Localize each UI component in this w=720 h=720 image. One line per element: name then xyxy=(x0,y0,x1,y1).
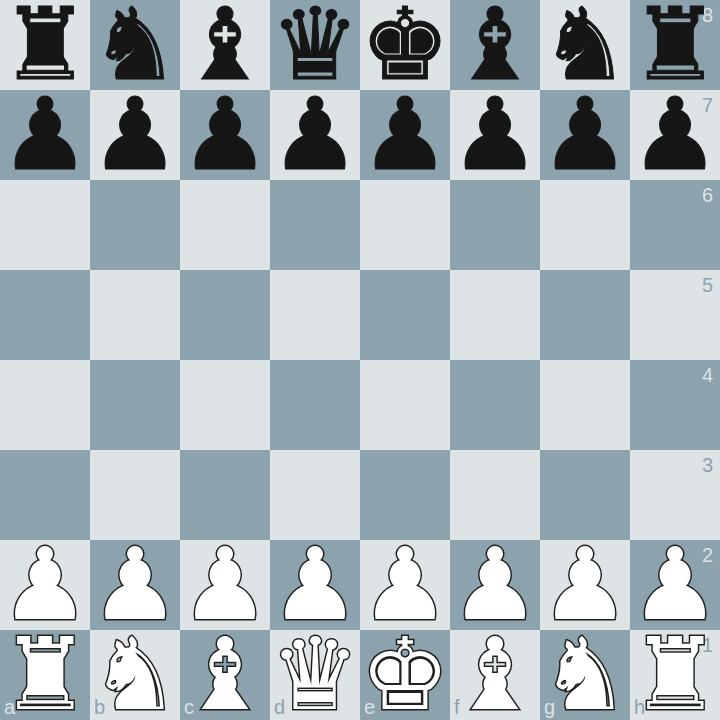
square-f6[interactable] xyxy=(450,180,540,270)
square-b4[interactable] xyxy=(90,360,180,450)
square-g6[interactable] xyxy=(540,180,630,270)
square-d5[interactable] xyxy=(270,270,360,360)
square-e5[interactable] xyxy=(360,270,450,360)
square-b6[interactable] xyxy=(90,180,180,270)
white-rook[interactable]: ♜︎ xyxy=(0,630,90,720)
black-pawn[interactable]: ♟︎ xyxy=(450,90,540,180)
rank-label-4: 4 xyxy=(702,365,713,385)
square-a5[interactable] xyxy=(0,270,90,360)
square-g1[interactable]: g♞︎ xyxy=(540,630,630,720)
white-knight[interactable]: ♞︎ xyxy=(540,630,630,720)
black-pawn[interactable]: ♟︎ xyxy=(630,90,720,180)
square-c4[interactable] xyxy=(180,360,270,450)
chess-board: ♜︎♞︎♝︎♛︎♚︎♝︎♞︎8♜︎♟︎♟︎♟︎♟︎♟︎♟︎♟︎7♟︎6543♟︎… xyxy=(0,0,720,720)
square-c6[interactable] xyxy=(180,180,270,270)
white-bishop[interactable]: ♝︎ xyxy=(180,630,270,720)
square-b1[interactable]: b♞︎ xyxy=(90,630,180,720)
square-g7[interactable]: ♟︎ xyxy=(540,90,630,180)
rank-label-5: 5 xyxy=(702,275,713,295)
square-g5[interactable] xyxy=(540,270,630,360)
square-c7[interactable]: ♟︎ xyxy=(180,90,270,180)
white-queen[interactable]: ♛︎ xyxy=(270,630,360,720)
white-king[interactable]: ♚︎ xyxy=(360,630,450,720)
square-h1[interactable]: 1h♜︎ xyxy=(630,630,720,720)
black-pawn[interactable]: ♟︎ xyxy=(360,90,450,180)
square-a4[interactable] xyxy=(0,360,90,450)
square-h7[interactable]: 7♟︎ xyxy=(630,90,720,180)
white-rook[interactable]: ♜︎ xyxy=(630,630,720,720)
rank-label-3: 3 xyxy=(702,455,713,475)
square-h6[interactable]: 6 xyxy=(630,180,720,270)
square-c1[interactable]: c♝︎ xyxy=(180,630,270,720)
black-pawn[interactable]: ♟︎ xyxy=(540,90,630,180)
square-e1[interactable]: e♚︎ xyxy=(360,630,450,720)
black-pawn[interactable]: ♟︎ xyxy=(270,90,360,180)
square-h5[interactable]: 5 xyxy=(630,270,720,360)
square-c5[interactable] xyxy=(180,270,270,360)
square-e6[interactable] xyxy=(360,180,450,270)
square-a7[interactable]: ♟︎ xyxy=(0,90,90,180)
square-b5[interactable] xyxy=(90,270,180,360)
square-g4[interactable] xyxy=(540,360,630,450)
white-knight[interactable]: ♞︎ xyxy=(90,630,180,720)
square-a1[interactable]: a♜︎ xyxy=(0,630,90,720)
square-f5[interactable] xyxy=(450,270,540,360)
white-bishop[interactable]: ♝︎ xyxy=(450,630,540,720)
black-pawn[interactable]: ♟︎ xyxy=(90,90,180,180)
square-f1[interactable]: f♝︎ xyxy=(450,630,540,720)
black-pawn[interactable]: ♟︎ xyxy=(180,90,270,180)
square-b7[interactable]: ♟︎ xyxy=(90,90,180,180)
square-d6[interactable] xyxy=(270,180,360,270)
square-e7[interactable]: ♟︎ xyxy=(360,90,450,180)
square-d1[interactable]: d♛︎ xyxy=(270,630,360,720)
square-d4[interactable] xyxy=(270,360,360,450)
square-d7[interactable]: ♟︎ xyxy=(270,90,360,180)
square-a6[interactable] xyxy=(0,180,90,270)
square-f7[interactable]: ♟︎ xyxy=(450,90,540,180)
square-f4[interactable] xyxy=(450,360,540,450)
square-e4[interactable] xyxy=(360,360,450,450)
square-h4[interactable]: 4 xyxy=(630,360,720,450)
black-pawn[interactable]: ♟︎ xyxy=(0,90,90,180)
